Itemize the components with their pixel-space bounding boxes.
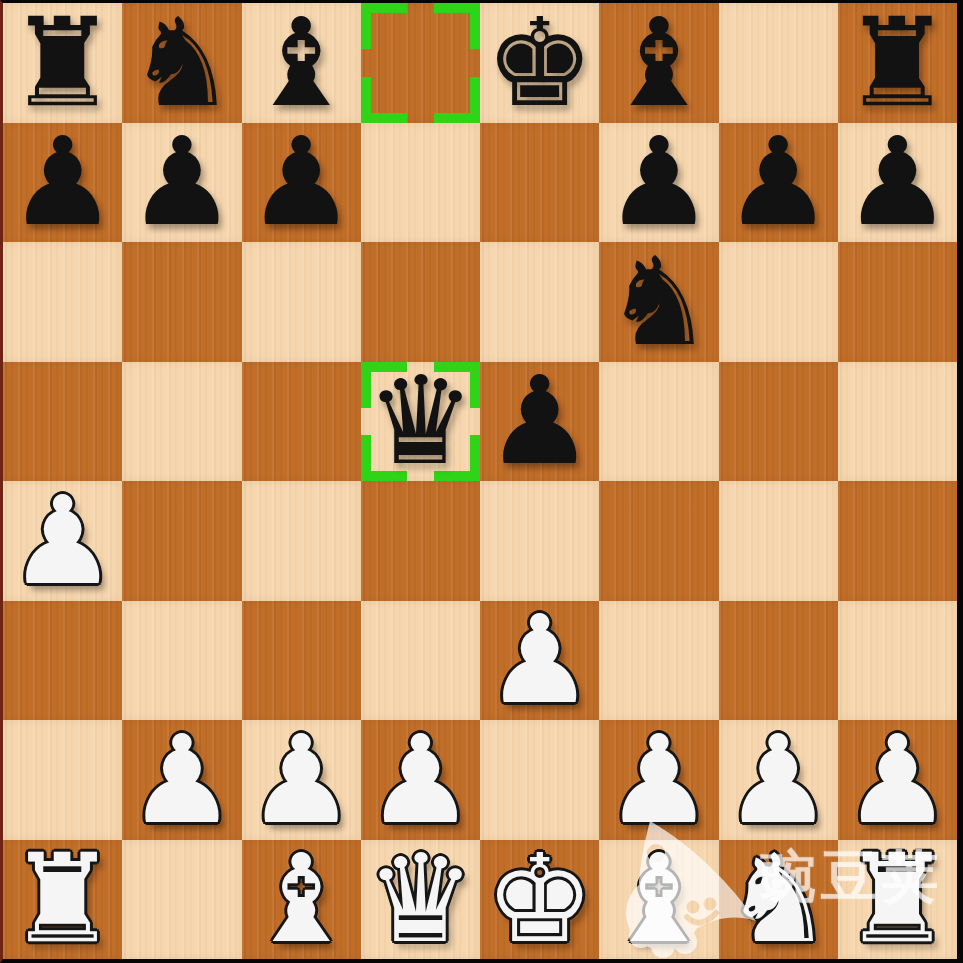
square-f3[interactable] xyxy=(599,601,718,721)
square-d6[interactable] xyxy=(361,242,480,362)
square-a7[interactable]: ♟ xyxy=(3,123,122,243)
square-g8[interactable] xyxy=(719,3,838,123)
last-move-highlight-d8 xyxy=(361,3,480,123)
chess-board: ♜♞♝♚♝♜♟♟♟♟♟♟♞♛♟♟♟♟♟♟♟♟♟♜♝♛♚♝♞♜ xyxy=(3,3,957,959)
square-g3[interactable] xyxy=(719,601,838,721)
square-h6[interactable] xyxy=(838,242,957,362)
piece-black-pawn-b7[interactable]: ♟ xyxy=(122,123,241,243)
piece-white-knight-g1[interactable]: ♞ xyxy=(719,840,838,960)
piece-white-pawn-d2[interactable]: ♟ xyxy=(361,720,480,840)
square-g7[interactable]: ♟ xyxy=(719,123,838,243)
piece-white-pawn-c2[interactable]: ♟ xyxy=(242,720,361,840)
square-a5[interactable] xyxy=(3,362,122,482)
square-f8[interactable]: ♝ xyxy=(599,3,718,123)
square-a8[interactable]: ♜ xyxy=(3,3,122,123)
square-f5[interactable] xyxy=(599,362,718,482)
square-h8[interactable]: ♜ xyxy=(838,3,957,123)
piece-black-bishop-c8[interactable]: ♝ xyxy=(242,3,361,123)
piece-white-bishop-f1[interactable]: ♝ xyxy=(599,840,718,960)
square-h2[interactable]: ♟ xyxy=(838,720,957,840)
square-e4[interactable] xyxy=(480,481,599,601)
piece-black-pawn-a7[interactable]: ♟ xyxy=(3,123,122,243)
square-d8[interactable] xyxy=(361,3,480,123)
square-h4[interactable] xyxy=(838,481,957,601)
square-e8[interactable]: ♚ xyxy=(480,3,599,123)
square-f2[interactable]: ♟ xyxy=(599,720,718,840)
square-h5[interactable] xyxy=(838,362,957,482)
square-a2[interactable] xyxy=(3,720,122,840)
piece-white-pawn-a4[interactable]: ♟ xyxy=(3,481,122,601)
piece-white-rook-a1[interactable]: ♜ xyxy=(3,840,122,960)
piece-white-rook-h1[interactable]: ♜ xyxy=(838,840,957,960)
square-g1[interactable]: ♞ xyxy=(719,840,838,960)
square-a6[interactable] xyxy=(3,242,122,362)
piece-white-king-e1[interactable]: ♚ xyxy=(480,840,599,960)
square-h3[interactable] xyxy=(838,601,957,721)
square-e3[interactable]: ♟ xyxy=(480,601,599,721)
square-c8[interactable]: ♝ xyxy=(242,3,361,123)
square-b2[interactable]: ♟ xyxy=(122,720,241,840)
piece-black-king-e8[interactable]: ♚ xyxy=(480,3,599,123)
square-d3[interactable] xyxy=(361,601,480,721)
square-e6[interactable] xyxy=(480,242,599,362)
piece-white-pawn-h2[interactable]: ♟ xyxy=(838,720,957,840)
piece-black-pawn-g7[interactable]: ♟ xyxy=(719,123,838,243)
piece-white-queen-d1[interactable]: ♛ xyxy=(361,840,480,960)
square-f1[interactable]: ♝ xyxy=(599,840,718,960)
chess-board-frame: ♜♞♝♚♝♜♟♟♟♟♟♟♞♛♟♟♟♟♟♟♟♟♟♜♝♛♚♝♞♜ xyxy=(0,0,963,963)
square-g4[interactable] xyxy=(719,481,838,601)
square-g2[interactable]: ♟ xyxy=(719,720,838,840)
square-f4[interactable] xyxy=(599,481,718,601)
square-g6[interactable] xyxy=(719,242,838,362)
piece-white-pawn-f2[interactable]: ♟ xyxy=(599,720,718,840)
square-c2[interactable]: ♟ xyxy=(242,720,361,840)
square-e1[interactable]: ♚ xyxy=(480,840,599,960)
piece-black-rook-h8[interactable]: ♜ xyxy=(838,3,957,123)
square-e7[interactable] xyxy=(480,123,599,243)
square-c3[interactable] xyxy=(242,601,361,721)
piece-black-knight-f6[interactable]: ♞ xyxy=(599,242,718,362)
square-a4[interactable]: ♟ xyxy=(3,481,122,601)
square-d1[interactable]: ♛ xyxy=(361,840,480,960)
square-b6[interactable] xyxy=(122,242,241,362)
square-d5[interactable]: ♛ xyxy=(361,362,480,482)
square-a1[interactable]: ♜ xyxy=(3,840,122,960)
square-f6[interactable]: ♞ xyxy=(599,242,718,362)
piece-white-pawn-b2[interactable]: ♟ xyxy=(122,720,241,840)
piece-black-rook-a8[interactable]: ♜ xyxy=(3,3,122,123)
piece-black-pawn-e5[interactable]: ♟ xyxy=(480,362,599,482)
square-b5[interactable] xyxy=(122,362,241,482)
square-c7[interactable]: ♟ xyxy=(242,123,361,243)
piece-black-queen-d5[interactable]: ♛ xyxy=(361,362,480,482)
piece-black-knight-b8[interactable]: ♞ xyxy=(122,3,241,123)
square-d4[interactable] xyxy=(361,481,480,601)
square-b4[interactable] xyxy=(122,481,241,601)
piece-black-pawn-h7[interactable]: ♟ xyxy=(838,123,957,243)
piece-white-pawn-e3[interactable]: ♟ xyxy=(480,601,599,721)
piece-white-pawn-g2[interactable]: ♟ xyxy=(719,720,838,840)
square-d7[interactable] xyxy=(361,123,480,243)
square-c1[interactable]: ♝ xyxy=(242,840,361,960)
square-e2[interactable] xyxy=(480,720,599,840)
square-b8[interactable]: ♞ xyxy=(122,3,241,123)
piece-black-pawn-f7[interactable]: ♟ xyxy=(599,123,718,243)
piece-white-bishop-c1[interactable]: ♝ xyxy=(242,840,361,960)
square-b7[interactable]: ♟ xyxy=(122,123,241,243)
square-c5[interactable] xyxy=(242,362,361,482)
square-c4[interactable] xyxy=(242,481,361,601)
square-g5[interactable] xyxy=(719,362,838,482)
square-b3[interactable] xyxy=(122,601,241,721)
square-e5[interactable]: ♟ xyxy=(480,362,599,482)
square-h7[interactable]: ♟ xyxy=(838,123,957,243)
square-a3[interactable] xyxy=(3,601,122,721)
square-c6[interactable] xyxy=(242,242,361,362)
square-d2[interactable]: ♟ xyxy=(361,720,480,840)
square-b1[interactable] xyxy=(122,840,241,960)
square-f7[interactable]: ♟ xyxy=(599,123,718,243)
square-h1[interactable]: ♜ xyxy=(838,840,957,960)
piece-black-bishop-f8[interactable]: ♝ xyxy=(599,3,718,123)
piece-black-pawn-c7[interactable]: ♟ xyxy=(242,123,361,243)
